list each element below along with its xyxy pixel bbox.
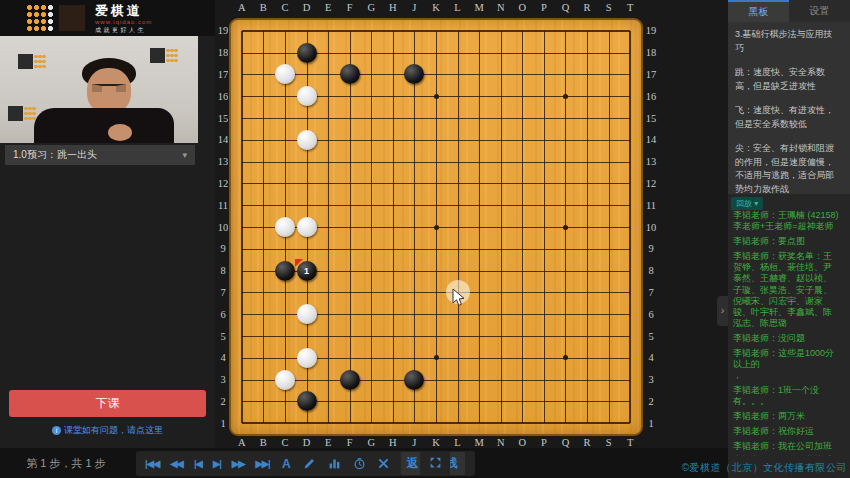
stone-black-J17[interactable] [404, 64, 424, 84]
coord-label: R [576, 2, 598, 13]
go-board[interactable]: 1 [229, 18, 643, 436]
board-area: ABCDEFGHJKLMNOPQRST ABCDEFGHJKLMNOPQRST … [215, 0, 728, 478]
replay-chip[interactable]: 回放 ▾ [731, 197, 763, 210]
playback-controls: |◀◀ ◀◀ |◀ ▶| ▶▶ ▶▶| [136, 451, 279, 476]
star-point [434, 355, 439, 360]
coord-label: 3 [216, 369, 230, 391]
coord-label: 14 [644, 129, 658, 151]
fast-rewind-button[interactable]: ◀◀ [170, 458, 183, 469]
grid-line [242, 380, 630, 381]
coord-label: R [576, 437, 598, 448]
coord-label: Q [555, 2, 577, 13]
logo-dots-icon [26, 4, 47, 32]
backdrop-logo [18, 54, 33, 69]
board-grid[interactable]: 1 [231, 20, 641, 434]
coord-label: N [490, 437, 512, 448]
backdrop-logo [150, 48, 165, 63]
coord-label: 9 [216, 238, 230, 260]
app-screen: 爱棋道 www.iqidao.com 成就更好人生 1.0预习：跳一出头 ▾ 下… [0, 0, 850, 478]
tab-settings[interactable]: 设置 [789, 0, 850, 22]
logo-title: 爱棋道 [95, 4, 152, 17]
stone-white-D10[interactable] [297, 217, 317, 237]
coord-label: B [253, 437, 275, 448]
fast-forward-button[interactable]: ▶▶ [232, 458, 245, 469]
note-paragraph: 3.基础行棋步法与应用技巧 [735, 28, 837, 55]
coord-label: O [512, 2, 534, 13]
delete-icon[interactable] [378, 458, 389, 469]
grid-line [522, 31, 523, 423]
note-paragraph: 尖：安全、有封锁和阻渡的作用，但是速度偏慢，不适用与逃跑，适合局部势均力敌作战 [735, 142, 837, 194]
coord-label: H [382, 437, 404, 448]
stone-white-D14[interactable] [297, 130, 317, 150]
coord-label: 5 [216, 325, 230, 347]
coord-label: G [360, 437, 382, 448]
coord-label: B [253, 2, 275, 13]
grid-line [587, 31, 588, 423]
instructor-torso [34, 108, 174, 143]
stone-white-C10[interactable] [275, 217, 295, 237]
coord-label: K [425, 2, 447, 13]
stone-white-D4[interactable] [297, 348, 317, 368]
coord-label: T [619, 2, 641, 13]
grid-line [242, 336, 630, 337]
move-number-label: 1 [297, 261, 317, 281]
coord-label: 18 [644, 42, 658, 64]
coord-label: 5 [644, 325, 658, 347]
coord-label: 16 [644, 85, 658, 107]
coord-label: E [317, 2, 339, 13]
coord-label: 17 [216, 64, 230, 86]
info-icon: i [52, 426, 61, 435]
coord-label: L [447, 437, 469, 448]
skip-to-start-button[interactable]: |◀◀ [145, 458, 159, 469]
board-column-labels-bottom: ABCDEFGHJKLMNOPQRST [231, 437, 641, 448]
coord-label: O [512, 437, 534, 448]
coord-label: A [231, 437, 253, 448]
coord-label: 1 [216, 412, 230, 434]
star-point [563, 225, 568, 230]
fullscreen-icon[interactable] [429, 455, 442, 473]
stone-black-D2[interactable] [297, 391, 317, 411]
logo: 爱棋道 www.iqidao.com 成就更好人生 [0, 0, 215, 36]
coord-label: S [598, 2, 620, 13]
lesson-select[interactable]: 1.0预习：跳一出头 ▾ [5, 145, 195, 165]
coord-label: M [468, 437, 490, 448]
grid-line [242, 249, 630, 250]
coord-label: 2 [216, 391, 230, 413]
coord-label: L [447, 2, 469, 13]
coord-label: 19 [644, 20, 658, 42]
coord-label: 13 [644, 151, 658, 173]
coord-label: 11 [216, 194, 230, 216]
logo-slogan: 成就更好人生 [95, 27, 152, 33]
coord-label: F [339, 2, 361, 13]
star-point [434, 94, 439, 99]
chat-message: 李韬老师：祝你好运 [733, 426, 839, 437]
star-point [563, 94, 568, 99]
star-point [434, 225, 439, 230]
logo-square-icon [59, 5, 85, 31]
stone-white-C17[interactable] [275, 64, 295, 84]
coord-label: 15 [644, 107, 658, 129]
right-panel-tabs: 黑板 设置 [728, 0, 850, 22]
coord-label: 18 [216, 42, 230, 64]
coord-label: 4 [644, 347, 658, 369]
chat-message: 李韬老师：这些是1000分以上的 ， [733, 348, 839, 382]
coord-label: J [404, 2, 426, 13]
coord-label: 7 [644, 282, 658, 304]
logo-url: www.iqidao.com [95, 19, 152, 25]
fullscreen-control [420, 451, 450, 476]
coord-label: 9 [644, 238, 658, 260]
coord-label: 1 [644, 412, 658, 434]
coord-label: 13 [216, 151, 230, 173]
chat-message: 李韬老师：要点图 [733, 236, 839, 247]
stone-white-C3[interactable] [275, 370, 295, 390]
coord-label: 16 [216, 85, 230, 107]
stone-white-D16[interactable] [297, 86, 317, 106]
grid-line [242, 292, 630, 293]
coord-label: 10 [216, 216, 230, 238]
grid-line [609, 31, 610, 423]
backdrop-logo [8, 106, 23, 121]
coord-label: 11 [644, 194, 658, 216]
coord-label: E [317, 437, 339, 448]
right-panel: 黑板 设置 3.基础行棋步法与应用技巧跳：速度快、安全系数高，但是缺乏进攻性飞：… [728, 0, 850, 478]
chat-message: 李韬老师：工作使我快乐 [733, 455, 839, 456]
letter-annotation-button[interactable]: A [282, 457, 291, 471]
coord-label: 12 [216, 173, 230, 195]
skip-to-end-button[interactable]: ▶▶| [255, 458, 269, 469]
star-point [563, 355, 568, 360]
grid-line [501, 31, 502, 423]
coord-label: 6 [644, 303, 658, 325]
step-status: 第 1 步，共 1 步 [0, 456, 132, 471]
coord-label: N [490, 2, 512, 13]
coord-label: C [274, 437, 296, 448]
coord-label: H [382, 2, 404, 13]
coord-label: 17 [644, 64, 658, 86]
chat-message: 李韬老师：1班一个没有。。。 [733, 385, 839, 408]
coord-label: 8 [644, 260, 658, 282]
grid-line [458, 31, 459, 423]
coord-label: 3 [644, 369, 658, 391]
chat-message: 李韬老师：我在公司加班 [733, 441, 839, 452]
board-column-labels-top: ABCDEFGHJKLMNOPQRST [231, 2, 641, 13]
chevron-down-icon: ▾ [182, 145, 187, 165]
panel-collapse-handle[interactable]: › [717, 296, 728, 326]
coord-label: 10 [644, 216, 658, 238]
stone-black-F17[interactable] [340, 64, 360, 84]
coord-label: K [425, 437, 447, 448]
chat-message: 李韬老师：两万米 [733, 411, 839, 422]
coord-label: T [619, 437, 641, 448]
chat-message: 李韬老师：获奖名单：王贺铮、杨桓、裴佳培、尹泰然、王赫睿、赵以祯、子璇、张昊浩、… [733, 251, 839, 330]
stone-black-C8[interactable] [275, 261, 295, 281]
coord-label: 14 [216, 129, 230, 151]
left-panel: 爱棋道 www.iqidao.com 成就更好人生 1.0预习：跳一出头 ▾ 下… [0, 0, 215, 478]
coord-label: 15 [216, 107, 230, 129]
grid-line [242, 422, 630, 424]
coord-label: G [360, 2, 382, 13]
instructor-video [0, 36, 198, 143]
chart-icon[interactable] [328, 457, 341, 470]
grid-line [629, 31, 631, 423]
help-link[interactable]: i课堂如有问题，请点这里 [0, 424, 215, 437]
coord-label: 8 [216, 260, 230, 282]
coord-label: D [296, 2, 318, 13]
end-class-button[interactable]: 下课 [9, 390, 206, 417]
help-link-label: 课堂如有问题，请点这里 [64, 425, 163, 435]
grid-line [544, 31, 545, 423]
coord-label: 12 [644, 173, 658, 195]
coord-label: 19 [216, 20, 230, 42]
coord-label: P [533, 437, 555, 448]
stone-white-D6[interactable] [297, 304, 317, 324]
note-paragraph: 跳：速度快、安全系数高，但是缺乏进攻性 [735, 66, 837, 93]
instructor-hand [108, 124, 132, 141]
note-paragraph: 飞：速度快、有进攻性，但是安全系数较低 [735, 104, 837, 131]
coord-label: J [404, 437, 426, 448]
stone-black-D18[interactable] [297, 43, 317, 63]
board-row-labels-left: 19181716151413121110987654321 [216, 20, 230, 434]
instructor-glasses [92, 84, 126, 92]
coord-label: Q [555, 437, 577, 448]
footer-copyright: ©爱棋道（北京）文化传播有限公司 [682, 461, 847, 475]
coord-label: 2 [644, 391, 658, 413]
step-forward-button[interactable]: ▶| [213, 458, 221, 469]
step-back-button[interactable]: |◀ [194, 458, 202, 469]
stone-black-J3[interactable] [404, 370, 424, 390]
mouse-cursor [452, 288, 465, 311]
lesson-notes: 3.基础行棋步法与应用技巧跳：速度快、安全系数高，但是缺乏进攻性飞：速度快、有进… [728, 22, 850, 194]
coord-label: 4 [216, 347, 230, 369]
lesson-select-value: 1.0预习：跳一出头 [13, 149, 97, 160]
stone-black-F3[interactable] [340, 370, 360, 390]
chat-message: 李韬老师：没问题 [733, 333, 839, 344]
coord-label: M [468, 2, 490, 13]
coord-label: D [296, 437, 318, 448]
grid-line [479, 31, 480, 423]
coord-label: 6 [216, 303, 230, 325]
board-row-labels-right: 19181716151413121110987654321 [644, 20, 658, 434]
chat-panel: 李韬老师：王珮楠 (42158) 李老师+王老师=超神老师李韬老师：要点图李韬老… [728, 210, 850, 456]
pen-icon[interactable] [303, 457, 316, 470]
stone-black-D8[interactable]: 1 [297, 261, 317, 281]
coord-label: 7 [216, 282, 230, 304]
coord-label: S [598, 437, 620, 448]
coord-label: C [274, 2, 296, 13]
coord-label: A [231, 2, 253, 13]
tab-blackboard[interactable]: 黑板 [728, 0, 789, 22]
coord-label: P [533, 2, 555, 13]
chat-message: 李韬老师：王珮楠 (42158) 李老师+王老师=超神老师 [733, 210, 839, 233]
timer-icon[interactable] [353, 457, 366, 470]
coord-label: F [339, 437, 361, 448]
